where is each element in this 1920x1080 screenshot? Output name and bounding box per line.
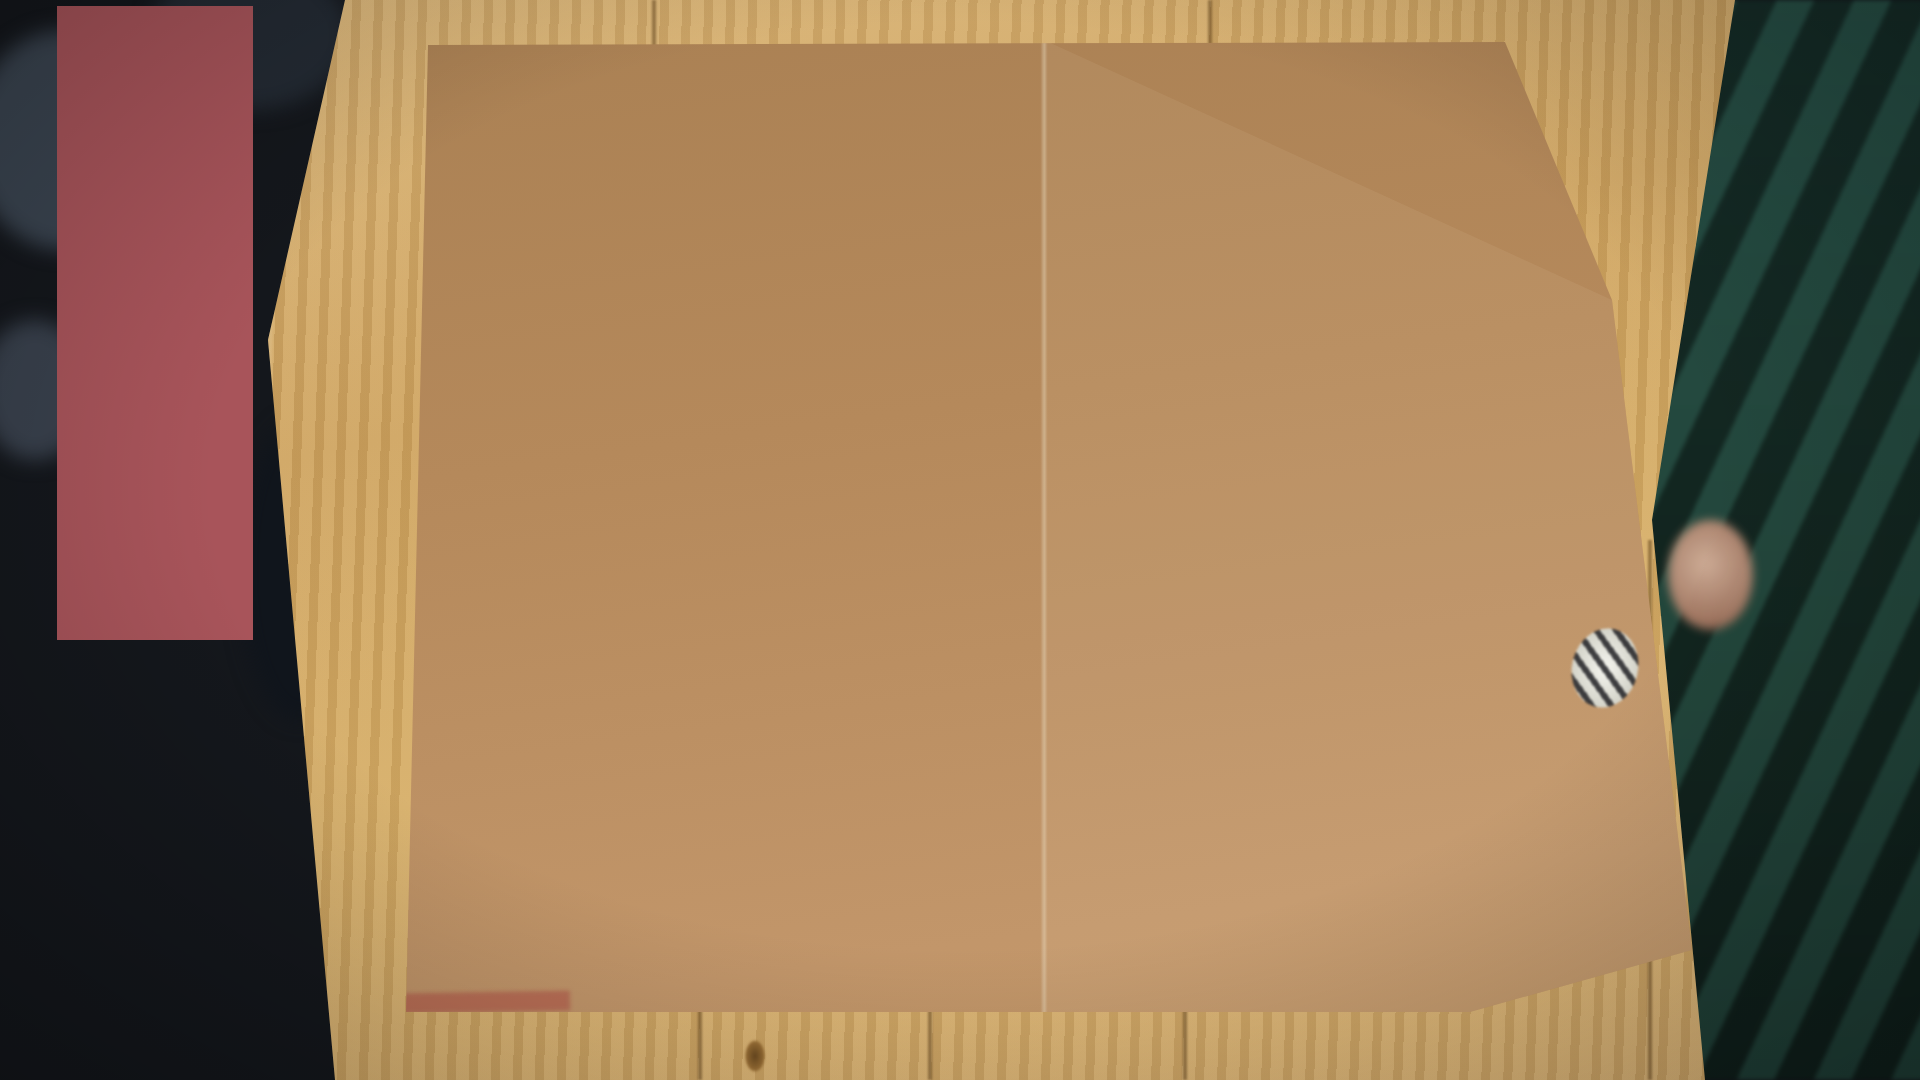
pieces-layer (0, 0, 1920, 1080)
title-banner (57, 6, 253, 640)
photo-scene (0, 0, 1920, 1080)
